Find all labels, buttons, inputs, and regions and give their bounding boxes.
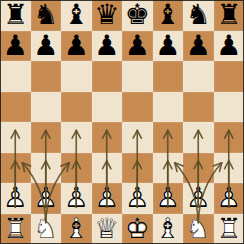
piece-white-rook[interactable]: ♜♖: [0, 214, 31, 244]
square-d8[interactable]: ♛: [92, 0, 123, 31]
piece-black-pawn[interactable]: ♟: [31, 31, 62, 62]
square-d3[interactable]: [92, 153, 123, 184]
piece-glyph-outline: ♖: [214, 214, 245, 244]
piece-black-knight[interactable]: ♞: [31, 0, 62, 31]
piece-glyph-fill: ♟: [61, 31, 92, 62]
square-a4[interactable]: [0, 122, 31, 153]
square-g1[interactable]: ♞♘: [183, 214, 214, 244]
square-c6[interactable]: [61, 61, 92, 92]
square-e8[interactable]: ♚: [122, 0, 153, 31]
piece-white-knight[interactable]: ♞♘: [183, 214, 214, 244]
piece-white-knight[interactable]: ♞♘: [31, 214, 62, 244]
square-e2[interactable]: ♟♙: [122, 183, 153, 214]
square-b5[interactable]: [31, 92, 62, 123]
square-b8[interactable]: ♞: [31, 0, 62, 31]
square-a1[interactable]: ♜♖: [0, 214, 31, 244]
piece-glyph-fill: ♚: [122, 0, 153, 31]
piece-glyph-fill: ♞: [31, 0, 62, 31]
piece-black-pawn[interactable]: ♟: [92, 31, 123, 62]
piece-glyph-fill: ♟: [153, 31, 184, 62]
square-c1[interactable]: ♝♗: [61, 214, 92, 244]
square-g8[interactable]: ♞: [183, 0, 214, 31]
chess-board[interactable]: ♜♞♝♛♚♝♞♜♟♟♟♟♟♟♟♟♟♙♟♙♟♙♟♙♟♙♟♙♟♙♟♙♜♖♞♘♝♗♛♕…: [0, 0, 244, 244]
piece-glyph-outline: ♙: [61, 183, 92, 214]
piece-glyph-outline: ♘: [31, 214, 62, 244]
piece-glyph-outline: ♘: [183, 214, 214, 244]
piece-white-king[interactable]: ♚♔: [122, 214, 153, 244]
square-h3[interactable]: [214, 153, 245, 184]
piece-black-pawn[interactable]: ♟: [122, 31, 153, 62]
square-h8[interactable]: ♜: [214, 0, 245, 31]
square-f3[interactable]: [153, 153, 184, 184]
piece-black-rook[interactable]: ♜: [0, 0, 31, 31]
square-c4[interactable]: [61, 122, 92, 153]
piece-white-bishop[interactable]: ♝♗: [61, 214, 92, 244]
piece-white-rook[interactable]: ♜♖: [214, 214, 245, 244]
piece-white-pawn[interactable]: ♟♙: [0, 183, 31, 214]
square-c5[interactable]: [61, 92, 92, 123]
piece-glyph-fill: ♟: [183, 31, 214, 62]
square-d5[interactable]: [92, 92, 123, 123]
square-g3[interactable]: [183, 153, 214, 184]
square-a8[interactable]: ♜: [0, 0, 31, 31]
piece-black-pawn[interactable]: ♟: [61, 31, 92, 62]
square-a6[interactable]: [0, 61, 31, 92]
square-c3[interactable]: [61, 153, 92, 184]
square-e6[interactable]: [122, 61, 153, 92]
piece-glyph-outline: ♕: [92, 214, 123, 244]
square-b7[interactable]: ♟: [31, 31, 62, 62]
square-g6[interactable]: [183, 61, 214, 92]
square-a3[interactable]: [0, 153, 31, 184]
piece-glyph-outline: ♔: [122, 214, 153, 244]
piece-glyph-fill: ♜: [214, 0, 245, 31]
piece-glyph-fill: ♟: [214, 31, 245, 62]
square-f5[interactable]: [153, 92, 184, 123]
piece-black-queen[interactable]: ♛: [92, 0, 123, 31]
square-f2[interactable]: ♟♙: [153, 183, 184, 214]
piece-glyph-fill: ♜: [0, 0, 31, 31]
square-c2[interactable]: ♟♙: [61, 183, 92, 214]
square-b1[interactable]: ♞♘: [31, 214, 62, 244]
square-h1[interactable]: ♜♖: [214, 214, 245, 244]
piece-glyph-outline: ♖: [0, 214, 31, 244]
square-g5[interactable]: [183, 92, 214, 123]
piece-black-pawn[interactable]: ♟: [0, 31, 31, 62]
piece-black-pawn[interactable]: ♟: [183, 31, 214, 62]
square-h4[interactable]: [214, 122, 245, 153]
piece-glyph-fill: ♟: [31, 31, 62, 62]
square-c7[interactable]: ♟: [61, 31, 92, 62]
piece-white-pawn[interactable]: ♟♙: [153, 183, 184, 214]
square-b2[interactable]: ♟♙: [31, 183, 62, 214]
square-a5[interactable]: [0, 92, 31, 123]
piece-black-king[interactable]: ♚: [122, 0, 153, 31]
square-b4[interactable]: [31, 122, 62, 153]
piece-glyph-outline: ♙: [92, 183, 123, 214]
piece-glyph-outline: ♙: [153, 183, 184, 214]
piece-white-pawn[interactable]: ♟♙: [183, 183, 214, 214]
square-f8[interactable]: ♝: [153, 0, 184, 31]
square-e1[interactable]: ♚♔: [122, 214, 153, 244]
piece-glyph-fill: ♝: [153, 0, 184, 31]
square-d2[interactable]: ♟♙: [92, 183, 123, 214]
piece-glyph-fill: ♟: [0, 31, 31, 62]
square-f7[interactable]: ♟: [153, 31, 184, 62]
piece-black-knight[interactable]: ♞: [183, 0, 214, 31]
chess-board-screenshot: ♜♞♝♛♚♝♞♜♟♟♟♟♟♟♟♟♟♙♟♙♟♙♟♙♟♙♟♙♟♙♟♙♜♖♞♘♝♗♛♕…: [0, 0, 244, 244]
piece-glyph-outline: ♙: [0, 183, 31, 214]
piece-black-rook[interactable]: ♜: [214, 0, 245, 31]
piece-glyph-outline: ♙: [214, 183, 245, 214]
square-g4[interactable]: [183, 122, 214, 153]
piece-glyph-outline: ♙: [31, 183, 62, 214]
piece-glyph-outline: ♙: [183, 183, 214, 214]
square-a2[interactable]: ♟♙: [0, 183, 31, 214]
piece-glyph-fill: ♟: [122, 31, 153, 62]
piece-black-pawn[interactable]: ♟: [153, 31, 184, 62]
piece-white-bishop[interactable]: ♝♗: [153, 214, 184, 244]
piece-black-pawn[interactable]: ♟: [214, 31, 245, 62]
piece-white-queen[interactable]: ♛♕: [92, 214, 123, 244]
piece-white-pawn[interactable]: ♟♙: [92, 183, 123, 214]
piece-glyph-outline: ♗: [153, 214, 184, 244]
square-e5[interactable]: [122, 92, 153, 123]
square-h5[interactable]: [214, 92, 245, 123]
piece-glyph-fill: ♝: [61, 0, 92, 31]
piece-white-pawn[interactable]: ♟♙: [214, 183, 245, 214]
square-d1[interactable]: ♛♕: [92, 214, 123, 244]
square-h7[interactable]: ♟: [214, 31, 245, 62]
piece-white-pawn[interactable]: ♟♙: [61, 183, 92, 214]
square-h2[interactable]: ♟♙: [214, 183, 245, 214]
square-b6[interactable]: [31, 61, 62, 92]
square-b3[interactable]: [31, 153, 62, 184]
square-h6[interactable]: [214, 61, 245, 92]
square-d6[interactable]: [92, 61, 123, 92]
piece-white-pawn[interactable]: ♟♙: [122, 183, 153, 214]
square-f4[interactable]: [153, 122, 184, 153]
piece-glyph-fill: ♟: [92, 31, 123, 62]
piece-black-bishop[interactable]: ♝: [61, 0, 92, 31]
square-e3[interactable]: [122, 153, 153, 184]
square-f1[interactable]: ♝♗: [153, 214, 184, 244]
square-c8[interactable]: ♝: [61, 0, 92, 31]
square-g7[interactable]: ♟: [183, 31, 214, 62]
square-a7[interactable]: ♟: [0, 31, 31, 62]
square-e4[interactable]: [122, 122, 153, 153]
square-d7[interactable]: ♟: [92, 31, 123, 62]
piece-glyph-fill: ♞: [183, 0, 214, 31]
piece-glyph-fill: ♛: [92, 0, 123, 31]
square-f6[interactable]: [153, 61, 184, 92]
square-e7[interactable]: ♟: [122, 31, 153, 62]
square-d4[interactable]: [92, 122, 123, 153]
square-g2[interactable]: ♟♙: [183, 183, 214, 214]
piece-white-pawn[interactable]: ♟♙: [31, 183, 62, 214]
piece-glyph-outline: ♙: [122, 183, 153, 214]
piece-glyph-outline: ♗: [61, 214, 92, 244]
piece-black-bishop[interactable]: ♝: [153, 0, 184, 31]
